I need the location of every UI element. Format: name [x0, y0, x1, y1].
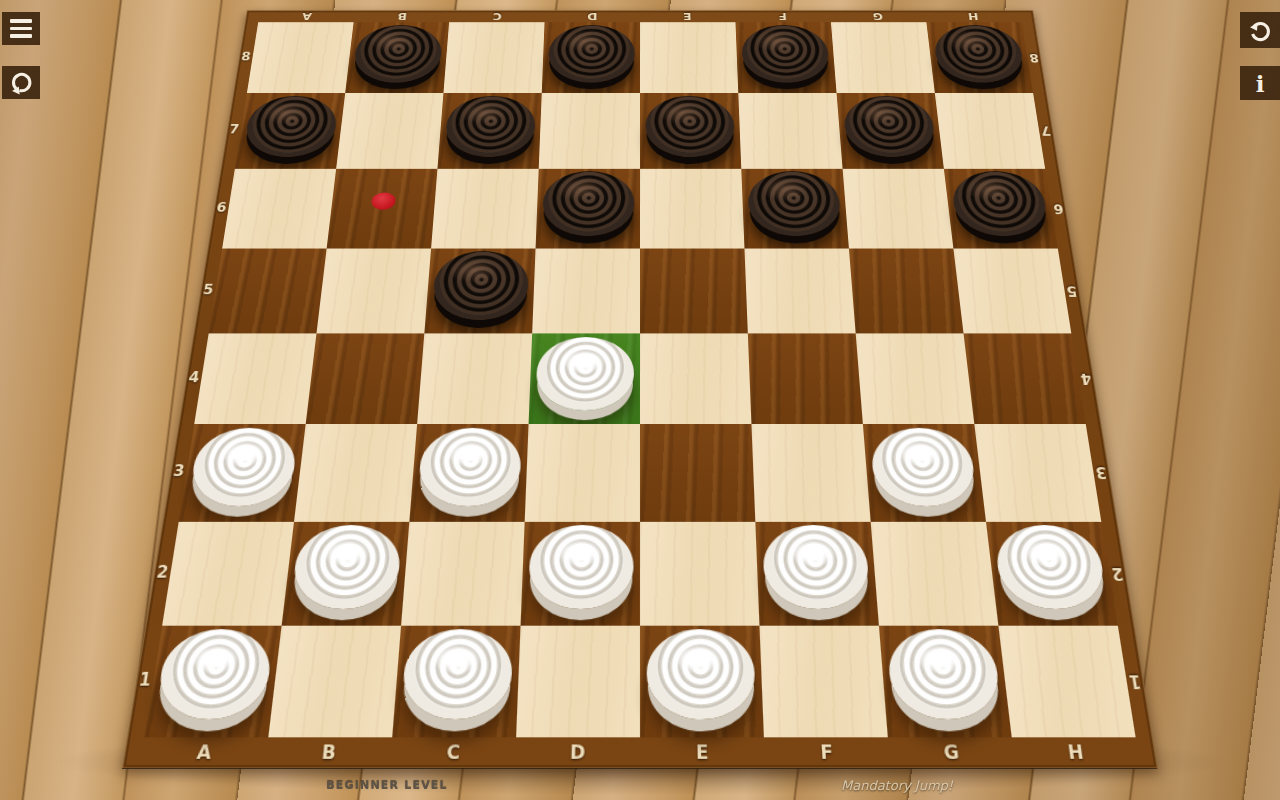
undo-arrow-icon — [1247, 17, 1274, 44]
white-piece-G1[interactable] — [886, 629, 1003, 719]
black-piece-B8[interactable] — [352, 25, 444, 82]
square-D4[interactable] — [529, 333, 640, 424]
coordinate-label: 2 — [155, 564, 169, 580]
coordinate-label: G — [943, 743, 960, 762]
square-D5[interactable] — [532, 248, 640, 333]
white-piece-G3[interactable] — [869, 428, 977, 507]
square-H4[interactable] — [964, 333, 1086, 424]
square-E1[interactable] — [640, 625, 764, 737]
square-G8[interactable] — [831, 22, 935, 93]
coordinate-label: 2 — [1111, 564, 1125, 580]
square-H6[interactable] — [944, 168, 1058, 248]
square-D6[interactable] — [536, 168, 640, 248]
black-piece-G7[interactable] — [842, 96, 937, 157]
frame-bottom: ABCDEFGH — [139, 737, 1140, 768]
coordinate-label: 7 — [228, 124, 240, 136]
square-E7[interactable] — [640, 93, 741, 168]
coordinate-label: F — [778, 11, 787, 21]
square-A6[interactable] — [222, 168, 336, 248]
restart-button[interactable] — [2, 66, 40, 99]
square-B5[interactable] — [316, 248, 431, 333]
white-piece-A1[interactable] — [154, 629, 275, 719]
square-C3[interactable] — [409, 424, 528, 521]
coordinate-label: 6 — [1053, 202, 1065, 214]
square-E6[interactable] — [640, 168, 744, 248]
square-F7[interactable] — [738, 93, 842, 168]
black-piece-H8[interactable] — [932, 25, 1026, 82]
coordinate-label: 8 — [1029, 52, 1040, 63]
board-front-face: BEGINNER LEVEL Mandatory Jump! — [0, 768, 1280, 800]
black-piece-F8[interactable] — [741, 25, 830, 82]
square-H7[interactable] — [935, 93, 1045, 168]
coordinate-label: D — [570, 743, 586, 762]
square-F6[interactable] — [741, 168, 849, 248]
board-squares — [144, 22, 1135, 737]
square-F3[interactable] — [751, 424, 870, 521]
square-A7[interactable] — [235, 93, 345, 168]
square-F1[interactable] — [759, 625, 887, 737]
coordinate-label: E — [683, 11, 692, 21]
square-E4[interactable] — [640, 333, 751, 424]
square-E3[interactable] — [640, 424, 755, 521]
square-G4[interactable] — [856, 333, 975, 424]
square-G2[interactable] — [871, 521, 999, 625]
coordinate-label: G — [873, 11, 884, 21]
coordinate-label: 1 — [1128, 672, 1143, 689]
white-piece-E1[interactable] — [647, 629, 757, 719]
coordinate-label: C — [446, 743, 461, 762]
square-G7[interactable] — [837, 93, 944, 168]
black-piece-A7[interactable] — [242, 96, 339, 157]
square-H3[interactable] — [974, 424, 1101, 521]
white-piece-C3[interactable] — [417, 428, 522, 507]
white-piece-C1[interactable] — [400, 629, 513, 719]
info-icon: i — [1256, 72, 1265, 95]
square-C1[interactable] — [392, 625, 520, 737]
white-piece-H2[interactable] — [993, 525, 1109, 609]
square-D7[interactable] — [539, 93, 640, 168]
coordinate-label: 7 — [1040, 124, 1052, 136]
coordinate-label: B — [397, 11, 407, 21]
square-A2[interactable] — [162, 521, 294, 625]
square-B7[interactable] — [336, 93, 443, 168]
square-F4[interactable] — [748, 333, 863, 424]
coordinate-label: E — [696, 743, 709, 762]
square-A3[interactable] — [179, 424, 306, 521]
restart-circular-arrow-icon — [8, 69, 35, 96]
white-piece-F2[interactable] — [762, 525, 871, 609]
hamburger-icon — [10, 19, 32, 38]
coordinate-label: A — [301, 11, 312, 21]
coordinate-label: A — [196, 743, 213, 762]
coordinate-label: F — [820, 743, 834, 762]
menu-button[interactable] — [2, 12, 40, 45]
coordinate-label: B — [321, 743, 337, 762]
coordinate-label: 4 — [187, 371, 200, 385]
white-piece-D4[interactable] — [535, 337, 634, 410]
black-piece-F6[interactable] — [747, 171, 842, 236]
square-H8[interactable] — [926, 22, 1033, 93]
square-A8[interactable] — [247, 22, 354, 93]
square-B4[interactable] — [306, 333, 425, 424]
square-E8[interactable] — [640, 22, 738, 93]
jump-target-dot[interactable] — [371, 193, 396, 210]
undo-button[interactable] — [1240, 12, 1280, 48]
square-D1[interactable] — [516, 625, 640, 737]
square-G3[interactable] — [863, 424, 986, 521]
square-B3[interactable] — [294, 424, 417, 521]
black-piece-C7[interactable] — [444, 96, 536, 157]
square-C5[interactable] — [424, 248, 535, 333]
coordinate-label: 5 — [1066, 284, 1078, 297]
black-piece-E7[interactable] — [645, 96, 735, 157]
square-A5[interactable] — [209, 248, 327, 333]
coordinate-label: 3 — [1095, 465, 1108, 480]
white-piece-A3[interactable] — [188, 428, 300, 507]
level-label: BEGINNER LEVEL — [317, 779, 457, 792]
square-B2[interactable] — [282, 521, 410, 625]
square-B8[interactable] — [345, 22, 449, 93]
square-C8[interactable] — [443, 22, 544, 93]
info-button[interactable]: i — [1240, 66, 1280, 100]
square-B6[interactable] — [327, 168, 438, 248]
square-C2[interactable] — [401, 521, 525, 625]
square-A4[interactable] — [194, 333, 316, 424]
coordinate-label: 1 — [138, 672, 153, 689]
coordinate-label: D — [587, 11, 597, 21]
square-F5[interactable] — [744, 248, 855, 333]
square-H1[interactable] — [998, 625, 1135, 737]
square-D2[interactable] — [521, 521, 640, 625]
coordinate-label: 6 — [216, 202, 228, 214]
coordinate-label: H — [967, 11, 979, 21]
square-B1[interactable] — [268, 625, 401, 737]
square-C7[interactable] — [437, 93, 541, 168]
white-piece-D2[interactable] — [528, 525, 634, 609]
square-D3[interactable] — [525, 424, 640, 521]
square-H5[interactable] — [953, 248, 1071, 333]
checkers-board: ABCDEFGH 87654321 87654321 ABCDEFGH — [122, 10, 1158, 768]
board-frame: ABCDEFGH 87654321 87654321 ABCDEFGH — [122, 10, 1158, 768]
coordinate-label: 8 — [240, 52, 251, 63]
status-message: Mandatory Jump! — [827, 778, 967, 793]
square-C6[interactable] — [431, 168, 539, 248]
black-piece-H6[interactable] — [950, 171, 1050, 236]
coordinate-label: 4 — [1080, 371, 1093, 385]
frame-top: ABCDEFGH — [258, 10, 1022, 22]
square-G5[interactable] — [849, 248, 964, 333]
square-C4[interactable] — [417, 333, 532, 424]
square-G6[interactable] — [843, 168, 954, 248]
square-G1[interactable] — [879, 625, 1012, 737]
square-A1[interactable] — [144, 625, 281, 737]
coordinate-label: C — [492, 11, 502, 21]
black-piece-D6[interactable] — [542, 171, 635, 236]
coordinate-label: H — [1067, 743, 1085, 762]
white-piece-B2[interactable] — [290, 525, 402, 609]
coordinate-label: 3 — [172, 465, 185, 480]
square-D8[interactable] — [542, 22, 640, 93]
coordinate-label: 5 — [202, 284, 214, 297]
square-H2[interactable] — [986, 521, 1118, 625]
square-E2[interactable] — [640, 521, 759, 625]
square-F8[interactable] — [735, 22, 836, 93]
square-F2[interactable] — [755, 521, 879, 625]
black-piece-C5[interactable] — [431, 251, 529, 320]
square-E5[interactable] — [640, 248, 748, 333]
black-piece-D8[interactable] — [548, 25, 635, 82]
